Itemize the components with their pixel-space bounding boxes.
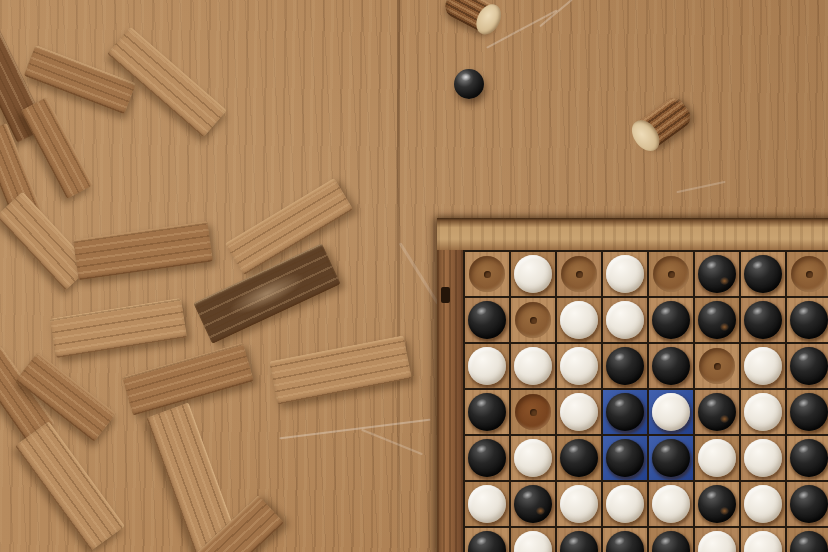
white-disc [468, 347, 506, 385]
black-disc [698, 301, 736, 339]
board-frame-left [437, 222, 463, 552]
cell-c5[interactable] [557, 436, 601, 480]
white-disc [514, 255, 552, 293]
cell-h2[interactable] [787, 298, 828, 342]
cell-f7[interactable] [695, 528, 739, 552]
cell-f6[interactable] [695, 482, 739, 526]
black-disc [698, 485, 736, 523]
cell-g2[interactable] [741, 298, 785, 342]
cell-g1[interactable] [741, 252, 785, 296]
white-disc [652, 393, 690, 431]
cell-e2[interactable] [649, 298, 693, 342]
cell-h6[interactable] [787, 482, 828, 526]
table-scene [0, 0, 828, 552]
white-disc [744, 393, 782, 431]
white-disc [606, 485, 644, 523]
wood-block [49, 298, 187, 358]
dowel-end-cap [626, 115, 665, 156]
black-disc [606, 347, 644, 385]
wood-dowel [631, 94, 695, 153]
cell-h7[interactable] [787, 528, 828, 552]
empty-recess [515, 302, 551, 338]
white-disc [744, 439, 782, 477]
dowel-end-cap [471, 0, 505, 39]
cell-d6[interactable] [603, 482, 647, 526]
board-frame-top [437, 218, 828, 250]
cell-b4[interactable] [511, 390, 555, 434]
white-disc [468, 485, 506, 523]
wood-block [15, 421, 125, 551]
black-disc [606, 531, 644, 552]
white-disc [652, 485, 690, 523]
scratch-mark [399, 242, 440, 305]
cell-e7[interactable] [649, 528, 693, 552]
black-disc [652, 439, 690, 477]
cell-g4[interactable] [741, 390, 785, 434]
cell-e4[interactable] [649, 390, 693, 434]
cell-f4[interactable] [695, 390, 739, 434]
cell-h3[interactable] [787, 344, 828, 388]
empty-recess [515, 394, 551, 430]
black-disc [560, 439, 598, 477]
white-disc [744, 485, 782, 523]
black-disc [790, 393, 828, 431]
cell-e6[interactable] [649, 482, 693, 526]
reversi-grid [463, 250, 828, 552]
cell-a4[interactable] [465, 390, 509, 434]
wood-block [269, 335, 412, 404]
black-disc [652, 301, 690, 339]
cell-b3[interactable] [511, 344, 555, 388]
cell-a7[interactable] [465, 528, 509, 552]
cell-c4[interactable] [557, 390, 601, 434]
cell-e1[interactable] [649, 252, 693, 296]
black-disc [606, 393, 644, 431]
black-disc [468, 301, 506, 339]
cell-f1[interactable] [695, 252, 739, 296]
cell-d3[interactable] [603, 344, 647, 388]
cell-g7[interactable] [741, 528, 785, 552]
scratch-mark [279, 419, 430, 440]
cell-c6[interactable] [557, 482, 601, 526]
cell-b5[interactable] [511, 436, 555, 480]
cell-d7[interactable] [603, 528, 647, 552]
white-disc [514, 347, 552, 385]
black-disc [468, 531, 506, 552]
empty-recess [469, 256, 505, 292]
white-disc [514, 439, 552, 477]
white-disc [606, 301, 644, 339]
cell-g5[interactable] [741, 436, 785, 480]
cell-d1[interactable] [603, 252, 647, 296]
black-disc [514, 485, 552, 523]
cell-b2[interactable] [511, 298, 555, 342]
cell-c7[interactable] [557, 528, 601, 552]
cell-d4[interactable] [603, 390, 647, 434]
wood-dowel [441, 0, 501, 35]
cell-a1[interactable] [465, 252, 509, 296]
black-disc [698, 255, 736, 293]
cell-f5[interactable] [695, 436, 739, 480]
scratch-mark [539, 0, 572, 27]
cell-a6[interactable] [465, 482, 509, 526]
cell-b7[interactable] [511, 528, 555, 552]
empty-recess [791, 256, 827, 292]
table-plank-seam [397, 0, 400, 552]
white-disc [744, 347, 782, 385]
cell-b6[interactable] [511, 482, 555, 526]
black-disc [652, 347, 690, 385]
cell-h4[interactable] [787, 390, 828, 434]
wood-block [73, 220, 213, 280]
black-disc [790, 531, 828, 552]
cell-c2[interactable] [557, 298, 601, 342]
white-disc [560, 301, 598, 339]
empty-recess [699, 348, 735, 384]
black-disc [790, 485, 828, 523]
white-disc [744, 531, 782, 552]
cell-f3[interactable] [695, 344, 739, 388]
board-hinge-notch [441, 287, 450, 303]
cell-h5[interactable] [787, 436, 828, 480]
cell-f2[interactable] [695, 298, 739, 342]
white-disc [560, 393, 598, 431]
cell-e3[interactable] [649, 344, 693, 388]
black-disc [698, 393, 736, 431]
black-disc [468, 439, 506, 477]
loose-black-piece [454, 69, 484, 99]
cell-c1[interactable] [557, 252, 601, 296]
black-disc [606, 439, 644, 477]
cell-d5[interactable] [603, 436, 647, 480]
cell-a3[interactable] [465, 344, 509, 388]
black-disc [468, 393, 506, 431]
cell-a2[interactable] [465, 298, 509, 342]
cell-g6[interactable] [741, 482, 785, 526]
empty-recess [561, 256, 597, 292]
reversi-board [437, 218, 828, 552]
black-disc [790, 347, 828, 385]
cell-a5[interactable] [465, 436, 509, 480]
empty-recess [653, 256, 689, 292]
black-disc [744, 255, 782, 293]
white-disc [698, 531, 736, 552]
cell-h1[interactable] [787, 252, 828, 296]
cell-e5[interactable] [649, 436, 693, 480]
black-disc [790, 439, 828, 477]
cell-b1[interactable] [511, 252, 555, 296]
white-disc [560, 485, 598, 523]
white-disc [606, 255, 644, 293]
black-disc [652, 531, 690, 552]
white-disc [698, 439, 736, 477]
cell-c3[interactable] [557, 344, 601, 388]
black-disc [560, 531, 598, 552]
scratch-mark [361, 429, 423, 456]
cell-g3[interactable] [741, 344, 785, 388]
white-disc [560, 347, 598, 385]
black-disc [744, 301, 782, 339]
black-disc [790, 301, 828, 339]
white-disc [514, 531, 552, 552]
scratch-mark [676, 181, 725, 193]
cell-d2[interactable] [603, 298, 647, 342]
